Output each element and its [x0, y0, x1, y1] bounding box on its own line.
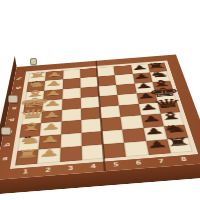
square-a5: [103, 143, 126, 159]
latch-hook-icon: [30, 58, 37, 65]
latch-hook-icon: [8, 95, 18, 103]
square-a3: [60, 146, 82, 162]
square-b6: [122, 128, 145, 143]
square-b1: [17, 136, 40, 151]
latch-hook-icon: [1, 127, 11, 135]
square-b5: [102, 129, 124, 144]
camera-tilt-wrapper: 12345678abcdefgh ♜♟♟♜♞♟♟♞♞♝♟♟♝♚♟♟♚♛♟♟♛♝♟…: [0, 0, 200, 200]
square-b7: [143, 126, 167, 141]
chess-board: 12345678abcdefgh ♜♟♟♜♞♟♟♞♞♝♟♟♝♚♟♟♚♛♟♟♛♝♟…: [0, 55, 200, 181]
square-a8: [167, 137, 193, 153]
product-photo-canvas: 12345678abcdefgh ♜♟♟♜♞♟♟♞♞♝♟♟♝♚♟♟♚♛♟♟♛♝♟…: [0, 0, 200, 200]
perspective-scene: 12345678abcdefgh ♜♟♟♜♞♟♟♞♞♝♟♟♝♚♟♟♚♛♟♟♛♝♟…: [0, 5, 200, 200]
square-a4: [81, 144, 103, 160]
square-c4: [81, 119, 102, 133]
square-b4: [81, 131, 103, 146]
square-b8: [164, 124, 189, 139]
square-a6: [124, 141, 148, 157]
square-b2: [39, 134, 61, 149]
square-a1: [15, 149, 39, 165]
square-c5: [101, 117, 123, 131]
square-a2: [37, 148, 60, 164]
square-d5: [100, 105, 121, 118]
square-d4: [81, 107, 101, 120]
square-b3: [60, 133, 81, 148]
square-a7: [146, 139, 171, 155]
